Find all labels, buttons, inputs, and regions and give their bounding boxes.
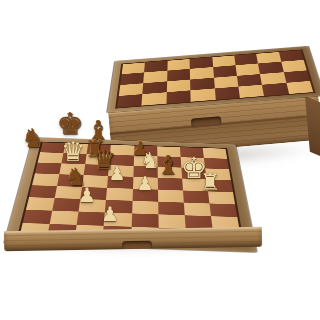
dark-square bbox=[23, 210, 53, 224]
dark-square bbox=[117, 94, 142, 107]
light-square bbox=[26, 197, 55, 211]
dark-square bbox=[262, 83, 289, 96]
light-square bbox=[132, 201, 158, 215]
dark-square bbox=[52, 198, 80, 212]
open-board-latch-notch bbox=[122, 241, 152, 250]
light-pawn-d6: ♟ bbox=[108, 164, 125, 183]
dark-square bbox=[35, 163, 62, 175]
light-square bbox=[106, 188, 132, 201]
dark-square bbox=[209, 203, 237, 217]
light-square bbox=[238, 85, 264, 98]
light-queen-b7: ♛ bbox=[61, 138, 85, 165]
dark-square bbox=[158, 201, 185, 215]
light-rook-g5: ♜ bbox=[200, 171, 221, 194]
chess-set-product-photo: ♞♚♝♜♛♞♟♝♛♞♟♟♟♟♚♜ bbox=[0, 0, 320, 320]
dark-square bbox=[214, 86, 239, 99]
light-pawn-b5: ♟ bbox=[78, 185, 96, 205]
light-square bbox=[158, 189, 184, 202]
dark-square bbox=[29, 185, 57, 198]
dark-square bbox=[166, 90, 190, 103]
light-square bbox=[158, 214, 185, 228]
light-square bbox=[286, 81, 313, 94]
light-pawn-c4: ♟ bbox=[101, 204, 119, 224]
light-square bbox=[142, 92, 167, 105]
dark-king-b8: ♚ bbox=[57, 109, 84, 139]
light-square bbox=[50, 211, 79, 225]
light-square bbox=[190, 88, 215, 101]
dark-knight-a8: ♞ bbox=[21, 125, 44, 151]
closed-box-latch-notch bbox=[191, 116, 222, 128]
light-square bbox=[184, 202, 211, 216]
dark-square bbox=[131, 213, 158, 227]
light-square bbox=[32, 174, 59, 186]
dark-bishop-f6: ♝ bbox=[156, 152, 179, 178]
light-pawn-e5: ♟ bbox=[136, 174, 153, 193]
